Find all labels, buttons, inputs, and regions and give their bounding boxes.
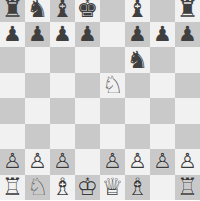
square-g6[interactable] [150,47,175,73]
square-c1[interactable]: ♗ [50,175,75,201]
square-g5[interactable] [150,73,175,99]
square-g8[interactable] [150,0,175,22]
white-knight-icon: ♘ [102,73,124,97]
square-f4[interactable] [125,98,150,124]
square-b1[interactable]: ♘ [25,175,50,201]
chess-app-screen: ♜♞♝♚♝♜♟♟♟♟♟♟♟♞♘♙♙♙♙♙♙♙♖♘♗♔♕♗♖ [0,0,200,200]
square-h3[interactable] [175,124,200,150]
square-d3[interactable] [75,124,100,150]
square-c5[interactable] [50,73,75,99]
square-b6[interactable] [25,47,50,73]
white-pawn-icon: ♙ [153,151,172,172]
black-bishop-icon: ♝ [127,0,149,21]
square-e8[interactable] [100,0,125,22]
square-b7[interactable]: ♟ [25,22,50,48]
square-h1[interactable]: ♖ [175,175,200,201]
white-pawn-icon: ♙ [103,151,122,172]
square-g2[interactable]: ♙ [150,149,175,175]
square-d8[interactable]: ♚ [75,0,100,22]
square-f1[interactable]: ♗ [125,175,150,201]
square-b2[interactable]: ♙ [25,149,50,175]
square-e6[interactable] [100,47,125,73]
square-h4[interactable] [175,98,200,124]
square-g3[interactable] [150,124,175,150]
white-rook-icon: ♖ [177,175,199,199]
square-a3[interactable] [0,124,25,150]
black-rook-icon: ♜ [177,0,199,21]
black-bishop-icon: ♝ [52,0,74,21]
square-a6[interactable] [0,47,25,73]
white-pawn-icon: ♙ [178,151,197,172]
square-b5[interactable] [25,73,50,99]
black-knight-icon: ♞ [127,48,149,72]
white-bishop-icon: ♗ [127,175,149,199]
square-b8[interactable]: ♞ [25,0,50,22]
white-bishop-icon: ♗ [52,175,74,199]
square-c2[interactable]: ♙ [50,149,75,175]
square-g1[interactable] [150,175,175,201]
black-pawn-icon: ♟ [53,24,72,45]
square-c7[interactable]: ♟ [50,22,75,48]
black-pawn-icon: ♟ [28,24,47,45]
square-e2[interactable]: ♙ [100,149,125,175]
white-pawn-icon: ♙ [128,151,147,172]
square-a2[interactable]: ♙ [0,149,25,175]
square-h7[interactable]: ♟ [175,22,200,48]
black-pawn-icon: ♟ [178,24,197,45]
square-e1[interactable]: ♕ [100,175,125,201]
square-e5[interactable]: ♘ [100,73,125,99]
white-pawn-icon: ♙ [28,151,47,172]
square-g7[interactable]: ♟ [150,22,175,48]
square-f5[interactable] [125,73,150,99]
square-f3[interactable] [125,124,150,150]
square-a8[interactable]: ♜ [0,0,25,22]
black-king-icon: ♚ [77,0,99,21]
square-h2[interactable]: ♙ [175,149,200,175]
square-g4[interactable] [150,98,175,124]
white-king-icon: ♔ [77,175,99,199]
white-pawn-icon: ♙ [3,151,22,172]
square-a7[interactable]: ♟ [0,22,25,48]
square-b4[interactable] [25,98,50,124]
square-d6[interactable] [75,47,100,73]
white-queen-icon: ♕ [102,175,124,199]
square-f7[interactable]: ♟ [125,22,150,48]
square-c6[interactable] [50,47,75,73]
chess-board: ♜♞♝♚♝♜♟♟♟♟♟♟♟♞♘♙♙♙♙♙♙♙♖♘♗♔♕♗♖ [0,0,200,200]
square-c3[interactable] [50,124,75,150]
black-pawn-icon: ♟ [128,24,147,45]
square-d1[interactable]: ♔ [75,175,100,201]
square-d2[interactable] [75,149,100,175]
square-f6[interactable]: ♞ [125,47,150,73]
white-knight-icon: ♘ [27,175,49,199]
square-c4[interactable] [50,98,75,124]
square-d5[interactable] [75,73,100,99]
square-a4[interactable] [0,98,25,124]
square-d4[interactable] [75,98,100,124]
square-d7[interactable]: ♟ [75,22,100,48]
square-f8[interactable]: ♝ [125,0,150,22]
white-rook-icon: ♖ [2,175,24,199]
black-pawn-icon: ♟ [78,24,97,45]
square-b3[interactable] [25,124,50,150]
square-e7[interactable] [100,22,125,48]
square-h5[interactable] [175,73,200,99]
square-c8[interactable]: ♝ [50,0,75,22]
square-h6[interactable] [175,47,200,73]
square-a1[interactable]: ♖ [0,175,25,201]
black-pawn-icon: ♟ [3,24,22,45]
black-pawn-icon: ♟ [153,24,172,45]
square-e3[interactable] [100,124,125,150]
white-pawn-icon: ♙ [53,151,72,172]
square-a5[interactable] [0,73,25,99]
square-f2[interactable]: ♙ [125,149,150,175]
black-knight-icon: ♞ [27,0,49,21]
square-e4[interactable] [100,98,125,124]
black-rook-icon: ♜ [2,0,24,21]
square-h8[interactable]: ♜ [175,0,200,22]
